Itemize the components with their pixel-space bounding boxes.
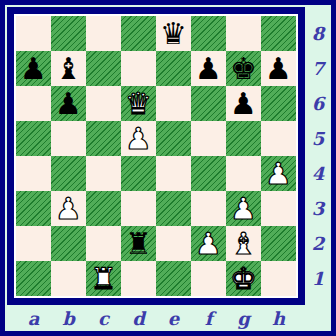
- square-h4[interactable]: ♟: [261, 156, 296, 191]
- square-g7[interactable]: ♚: [226, 51, 261, 86]
- square-g6[interactable]: ♟: [226, 86, 261, 121]
- square-e3[interactable]: [156, 191, 191, 226]
- rank-label-1: 1: [312, 268, 325, 289]
- rank-label-8: 8: [312, 23, 325, 44]
- piece-black-pawn[interactable]: ♟: [55, 89, 82, 119]
- piece-white-pawn[interactable]: ♟: [195, 229, 222, 259]
- square-g1[interactable]: ♚: [226, 261, 261, 296]
- square-d7[interactable]: [121, 51, 156, 86]
- rank-label-7: 7: [312, 58, 325, 79]
- square-a4[interactable]: [16, 156, 51, 191]
- square-c3[interactable]: [86, 191, 121, 226]
- square-d4[interactable]: [121, 156, 156, 191]
- square-h6[interactable]: [261, 86, 296, 121]
- board-inner-border: ♛♟♝♟♚♟♟♛♟♟♟♟♟♜♟♝♜♚: [14, 14, 298, 298]
- square-b2[interactable]: [51, 226, 86, 261]
- square-c7[interactable]: [86, 51, 121, 86]
- square-h8[interactable]: [261, 16, 296, 51]
- square-b4[interactable]: [51, 156, 86, 191]
- file-label-a: a: [28, 308, 40, 329]
- file-label-f: f: [205, 308, 213, 329]
- square-e6[interactable]: [156, 86, 191, 121]
- piece-white-pawn[interactable]: ♟: [230, 194, 257, 224]
- square-f3[interactable]: [191, 191, 226, 226]
- square-a5[interactable]: [16, 121, 51, 156]
- piece-white-queen[interactable]: ♛: [125, 89, 152, 119]
- square-c5[interactable]: [86, 121, 121, 156]
- piece-white-rook[interactable]: ♜: [90, 264, 117, 294]
- square-a3[interactable]: [16, 191, 51, 226]
- square-c4[interactable]: [86, 156, 121, 191]
- square-e2[interactable]: [156, 226, 191, 261]
- piece-black-pawn[interactable]: ♟: [265, 54, 292, 84]
- square-b3[interactable]: ♟: [51, 191, 86, 226]
- piece-black-rook[interactable]: ♜: [125, 229, 152, 259]
- rank-label-5: 5: [312, 128, 325, 149]
- square-d8[interactable]: [121, 16, 156, 51]
- square-f8[interactable]: [191, 16, 226, 51]
- square-e4[interactable]: [156, 156, 191, 191]
- square-b8[interactable]: [51, 16, 86, 51]
- square-f6[interactable]: [191, 86, 226, 121]
- square-g5[interactable]: [226, 121, 261, 156]
- square-d2[interactable]: ♜: [121, 226, 156, 261]
- square-d5[interactable]: ♟: [121, 121, 156, 156]
- square-b5[interactable]: [51, 121, 86, 156]
- square-g8[interactable]: [226, 16, 261, 51]
- piece-white-king[interactable]: ♚: [230, 264, 257, 294]
- square-a8[interactable]: [16, 16, 51, 51]
- square-c2[interactable]: [86, 226, 121, 261]
- square-b1[interactable]: [51, 261, 86, 296]
- square-a2[interactable]: [16, 226, 51, 261]
- chess-board: ♛♟♝♟♚♟♟♛♟♟♟♟♟♜♟♝♜♚: [16, 16, 296, 296]
- square-h3[interactable]: [261, 191, 296, 226]
- board-frame: ♛♟♝♟♚♟♟♛♟♟♟♟♟♜♟♝♜♚: [7, 7, 305, 305]
- square-e1[interactable]: [156, 261, 191, 296]
- square-a7[interactable]: ♟: [16, 51, 51, 86]
- square-f7[interactable]: ♟: [191, 51, 226, 86]
- square-e8[interactable]: ♛: [156, 16, 191, 51]
- piece-black-pawn[interactable]: ♟: [20, 54, 47, 84]
- square-c8[interactable]: [86, 16, 121, 51]
- square-h5[interactable]: [261, 121, 296, 156]
- square-a1[interactable]: [16, 261, 51, 296]
- piece-black-bishop[interactable]: ♝: [55, 54, 82, 84]
- square-a6[interactable]: [16, 86, 51, 121]
- piece-white-pawn[interactable]: ♟: [125, 124, 152, 154]
- file-label-d: d: [132, 308, 145, 329]
- piece-white-pawn[interactable]: ♟: [265, 159, 292, 189]
- square-g4[interactable]: [226, 156, 261, 191]
- file-label-e: e: [168, 308, 179, 329]
- square-c1[interactable]: ♜: [86, 261, 121, 296]
- piece-black-queen[interactable]: ♛: [160, 19, 187, 49]
- square-e7[interactable]: [156, 51, 191, 86]
- piece-white-pawn[interactable]: ♟: [55, 194, 82, 224]
- square-h7[interactable]: ♟: [261, 51, 296, 86]
- chess-diagram: ♛♟♝♟♚♟♟♛♟♟♟♟♟♜♟♝♜♚ 87654321 abcdefgh: [0, 0, 336, 336]
- square-h1[interactable]: [261, 261, 296, 296]
- square-b6[interactable]: ♟: [51, 86, 86, 121]
- square-h2[interactable]: [261, 226, 296, 261]
- file-label-c: c: [98, 308, 109, 329]
- square-d3[interactable]: [121, 191, 156, 226]
- square-g3[interactable]: ♟: [226, 191, 261, 226]
- file-label-b: b: [62, 308, 75, 329]
- square-d6[interactable]: ♛: [121, 86, 156, 121]
- rank-label-3: 3: [312, 198, 325, 219]
- square-d1[interactable]: [121, 261, 156, 296]
- piece-black-pawn[interactable]: ♟: [230, 89, 257, 119]
- square-c6[interactable]: [86, 86, 121, 121]
- square-f5[interactable]: [191, 121, 226, 156]
- file-labels: abcdefgh: [16, 305, 296, 331]
- file-label-g: g: [237, 308, 250, 329]
- square-b7[interactable]: ♝: [51, 51, 86, 86]
- square-f1[interactable]: [191, 261, 226, 296]
- square-f2[interactable]: ♟: [191, 226, 226, 261]
- piece-black-pawn[interactable]: ♟: [195, 54, 222, 84]
- square-e5[interactable]: [156, 121, 191, 156]
- piece-black-king[interactable]: ♚: [230, 54, 257, 84]
- rank-label-6: 6: [312, 93, 325, 114]
- rank-labels: 87654321: [305, 16, 331, 296]
- piece-white-bishop[interactable]: ♝: [230, 229, 257, 259]
- file-label-h: h: [272, 308, 285, 329]
- rank-label-2: 2: [312, 233, 325, 254]
- rank-label-4: 4: [312, 163, 325, 184]
- square-f4[interactable]: [191, 156, 226, 191]
- square-g2[interactable]: ♝: [226, 226, 261, 261]
